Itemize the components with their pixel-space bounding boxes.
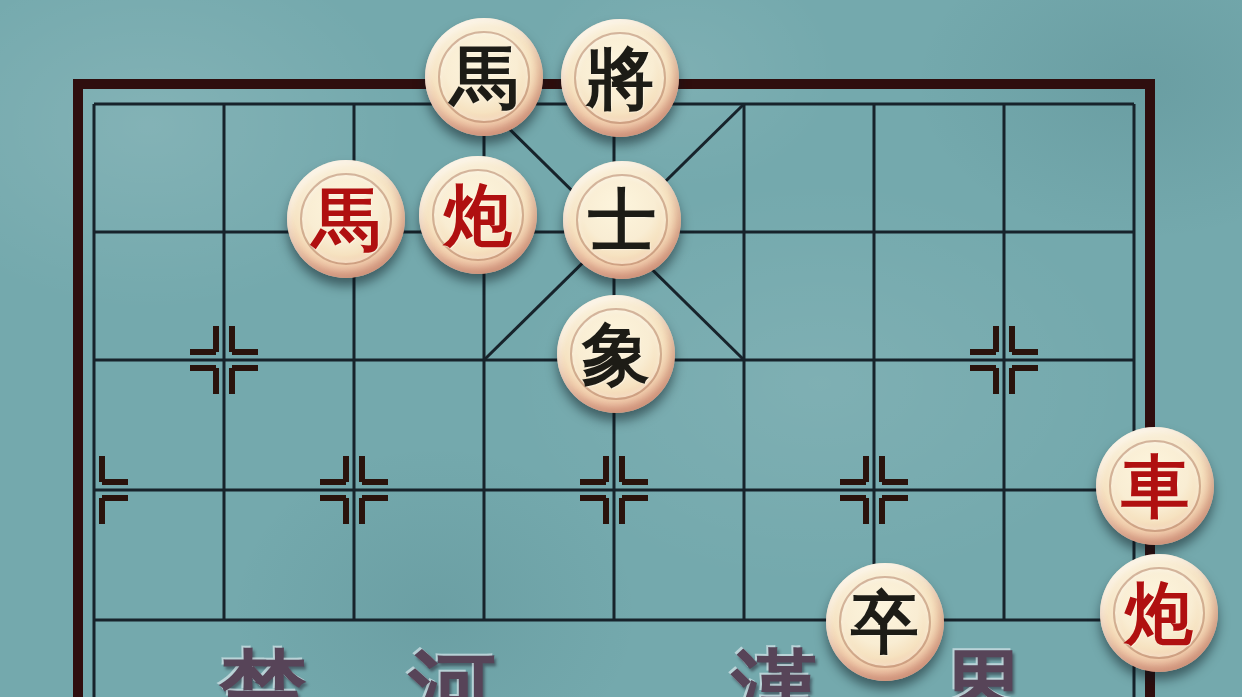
- xiangqi-board[interactable]: 楚 河 漢 界 馬將馬炮士象車卒炮: [0, 0, 1242, 697]
- piece-red-cannon[interactable]: 炮: [419, 156, 537, 274]
- piece-glyph: 將: [586, 44, 654, 112]
- piece-black-general[interactable]: 將: [561, 19, 679, 137]
- piece-glyph: 炮: [444, 181, 512, 249]
- river-char-han: 漢: [731, 646, 819, 697]
- piece-glyph: 士: [588, 186, 656, 254]
- piece-red-cannon-right[interactable]: 炮: [1100, 554, 1218, 672]
- piece-red-horse[interactable]: 馬: [287, 160, 405, 278]
- piece-glyph: 馬: [450, 43, 518, 111]
- piece-glyph: 車: [1121, 452, 1189, 520]
- piece-black-elephant[interactable]: 象: [557, 295, 675, 413]
- river-char-he: 河: [408, 646, 496, 697]
- piece-black-advisor[interactable]: 士: [563, 161, 681, 279]
- piece-black-horse[interactable]: 馬: [425, 18, 543, 136]
- piece-glyph: 卒: [851, 588, 919, 656]
- piece-glyph: 象: [582, 320, 650, 388]
- river-char-jie: 界: [940, 646, 1028, 697]
- piece-red-chariot[interactable]: 車: [1096, 427, 1214, 545]
- piece-glyph: 炮: [1125, 579, 1193, 647]
- piece-black-soldier[interactable]: 卒: [826, 563, 944, 681]
- piece-glyph: 馬: [312, 185, 380, 253]
- river-char-chu: 楚: [219, 646, 307, 697]
